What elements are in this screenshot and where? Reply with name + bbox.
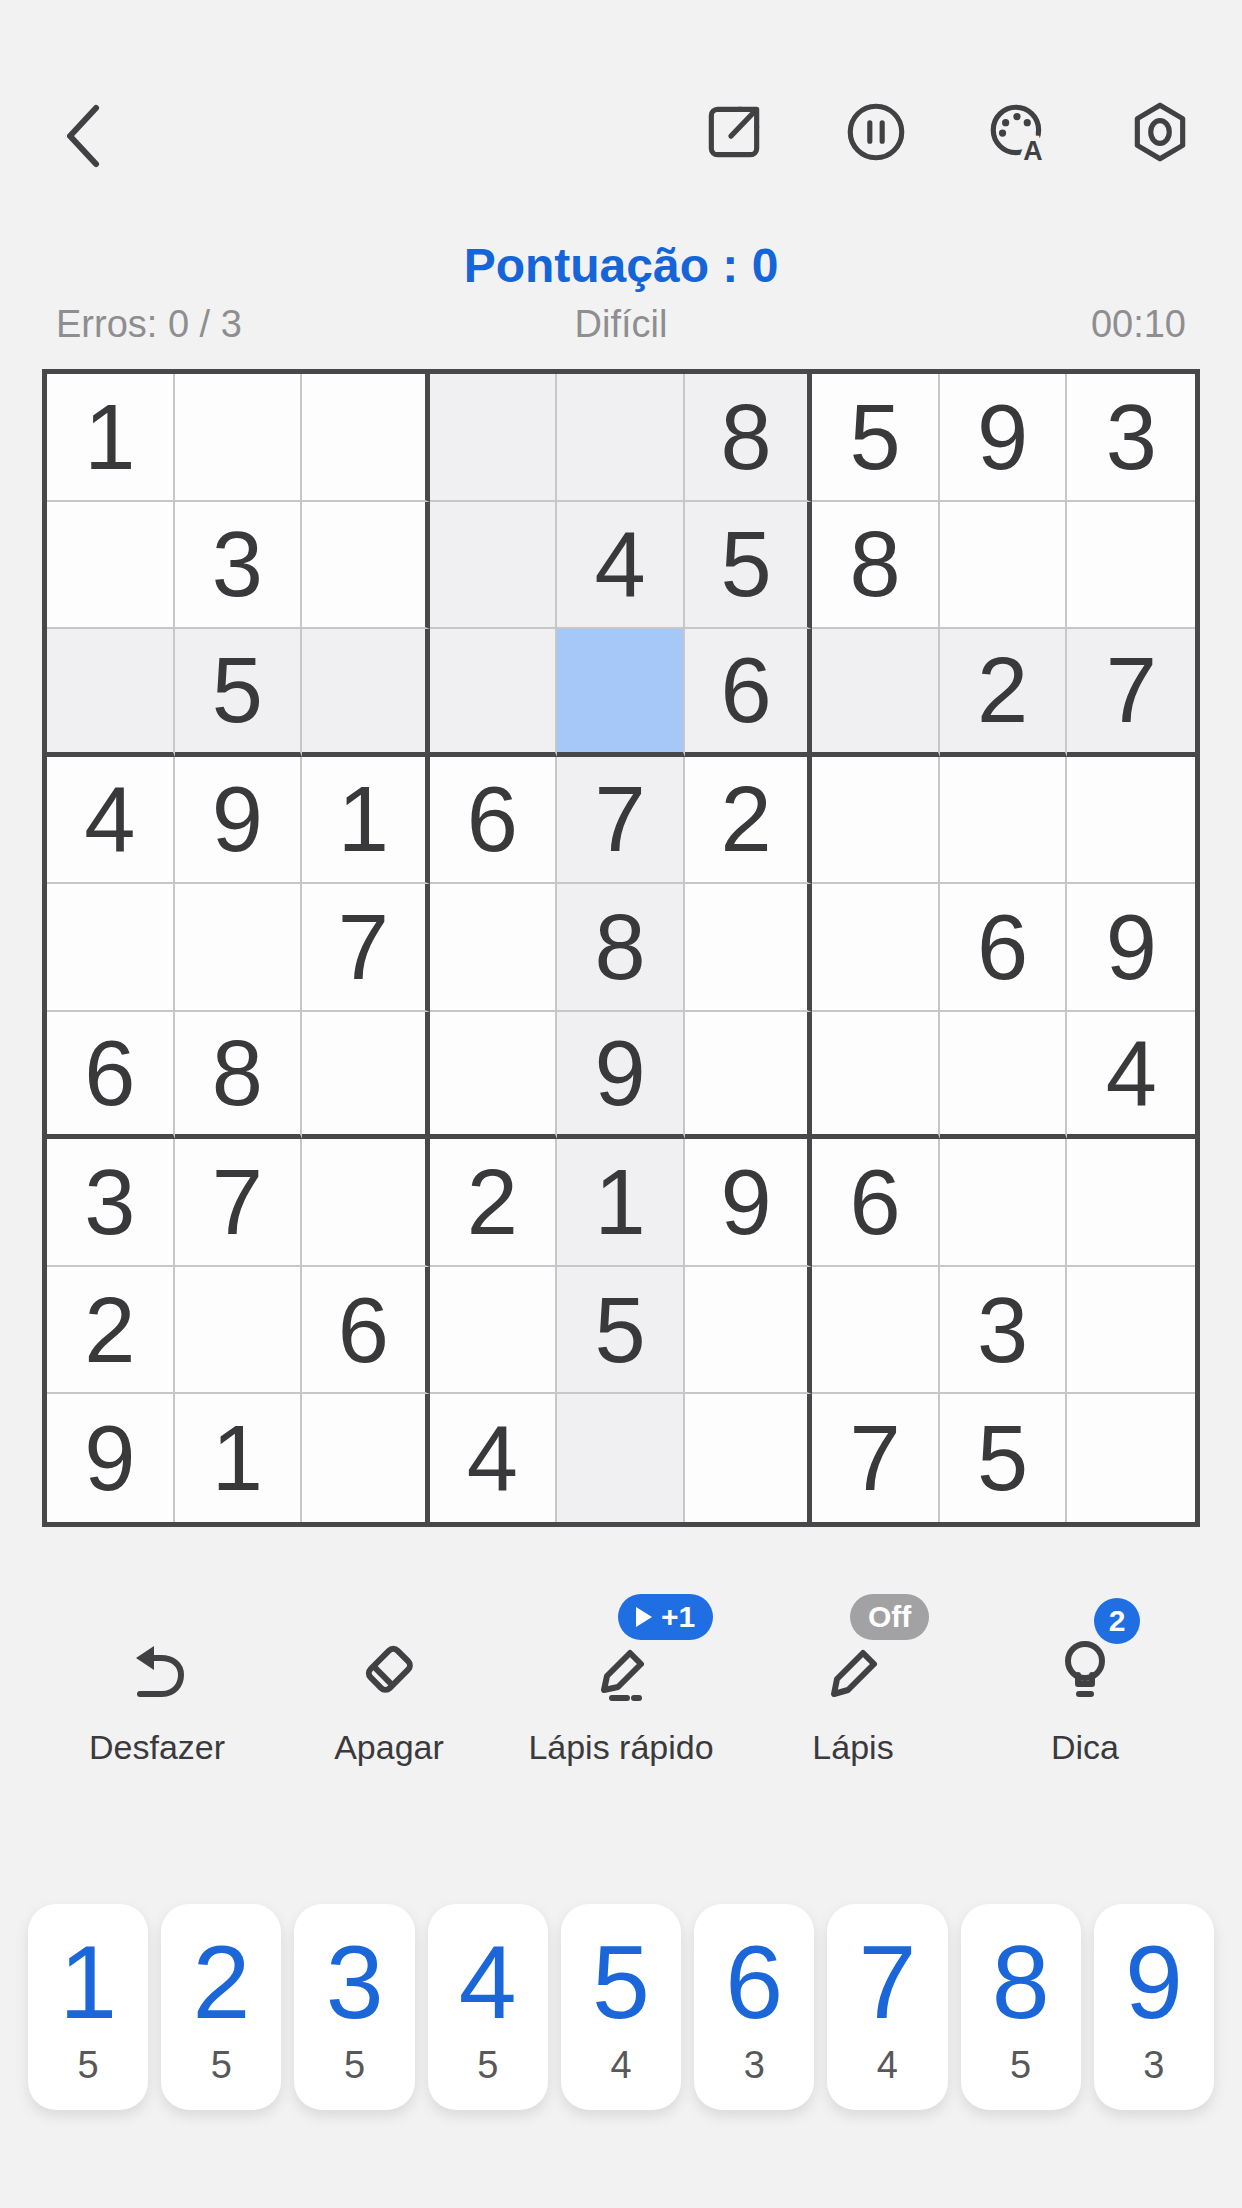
cell-r1c5[interactable] xyxy=(557,374,685,502)
cell-r9c4[interactable]: 4 xyxy=(430,1394,558,1522)
cell-r6c4[interactable] xyxy=(430,1012,558,1140)
cell-r7c2[interactable]: 7 xyxy=(175,1139,303,1267)
cell-r9c5[interactable] xyxy=(557,1394,685,1522)
difficulty-label: Difícil xyxy=(56,303,1186,346)
cell-r3c3[interactable] xyxy=(302,629,430,757)
fast-pencil-badge-text: +1 xyxy=(661,1600,695,1634)
cell-r1c8[interactable]: 9 xyxy=(940,374,1068,502)
numpad-digit: 1 xyxy=(59,1930,117,2034)
cell-r7c7[interactable]: 6 xyxy=(812,1139,940,1267)
cell-r8c2[interactable] xyxy=(175,1267,303,1395)
pencil-label: Lápis xyxy=(812,1728,893,1767)
cell-r6c3[interactable] xyxy=(302,1012,430,1140)
cell-r1c7[interactable]: 5 xyxy=(812,374,940,502)
cell-r4c7[interactable] xyxy=(812,757,940,885)
cell-r6c6[interactable] xyxy=(685,1012,813,1140)
cell-r2c5[interactable]: 4 xyxy=(557,502,685,630)
cell-r8c6[interactable] xyxy=(685,1267,813,1395)
numpad-key-1[interactable]: 15 xyxy=(28,1904,148,2110)
numpad-remaining-count: 5 xyxy=(344,2046,365,2084)
cell-r4c3[interactable]: 1 xyxy=(302,757,430,885)
cell-r8c5[interactable]: 5 xyxy=(557,1267,685,1395)
numpad-remaining-count: 5 xyxy=(1010,2046,1031,2084)
cell-r7c8[interactable] xyxy=(940,1139,1068,1267)
cell-r7c6[interactable]: 9 xyxy=(685,1139,813,1267)
cell-r5c4[interactable] xyxy=(430,884,558,1012)
cell-r9c8[interactable]: 5 xyxy=(940,1394,1068,1522)
numpad-key-2[interactable]: 25 xyxy=(161,1904,281,2110)
numpad-remaining-count: 3 xyxy=(1143,2046,1164,2084)
cell-r9c9[interactable] xyxy=(1067,1394,1195,1522)
cell-r8c9[interactable] xyxy=(1067,1267,1195,1395)
cell-r4c2[interactable]: 9 xyxy=(175,757,303,885)
numpad-digit: 2 xyxy=(192,1930,250,2034)
cell-r2c2[interactable]: 3 xyxy=(175,502,303,630)
cell-r4c4[interactable]: 6 xyxy=(430,757,558,885)
number-pad: 152535455463748593 xyxy=(28,1904,1214,2110)
numpad-digit: 9 xyxy=(1125,1930,1183,2034)
cell-r9c1[interactable]: 9 xyxy=(47,1394,175,1522)
cell-r2c1[interactable] xyxy=(47,502,175,630)
cell-r7c4[interactable]: 2 xyxy=(430,1139,558,1267)
cell-r8c4[interactable] xyxy=(430,1267,558,1395)
back-chevron-icon xyxy=(52,100,122,172)
numpad-digit: 3 xyxy=(326,1930,384,2034)
cell-r7c3[interactable] xyxy=(302,1139,430,1267)
cell-r3c6[interactable]: 6 xyxy=(685,629,813,757)
fast-pencil-label: Lápis rápido xyxy=(528,1728,713,1767)
sudoku-grid: 1859334585627491672786968943721962653914… xyxy=(42,369,1200,1527)
eraser-icon xyxy=(350,1628,428,1714)
hint-badge-text: 2 xyxy=(1109,1604,1126,1638)
cell-r7c1[interactable]: 3 xyxy=(47,1139,175,1267)
share-icon[interactable] xyxy=(700,98,768,166)
numpad-remaining-count: 5 xyxy=(78,2046,99,2084)
numpad-remaining-count: 3 xyxy=(744,2046,765,2084)
toolbar: Desfazer Apagar +1 Lápis rápido xyxy=(30,1628,1212,1767)
cell-r4c6[interactable]: 2 xyxy=(685,757,813,885)
pencil-icon: Off xyxy=(814,1628,892,1714)
cell-r4c9[interactable] xyxy=(1067,757,1195,885)
numpad-remaining-count: 4 xyxy=(877,2046,898,2084)
cell-r2c7[interactable]: 8 xyxy=(812,502,940,630)
cell-r6c7[interactable] xyxy=(812,1012,940,1140)
theme-palette-icon[interactable]: A xyxy=(984,98,1052,166)
pencil-badge: Off xyxy=(850,1594,929,1640)
numpad-key-8[interactable]: 85 xyxy=(961,1904,1081,2110)
back-button[interactable] xyxy=(52,100,122,172)
numpad-key-9[interactable]: 93 xyxy=(1094,1904,1214,2110)
erase-button[interactable]: Apagar xyxy=(284,1628,494,1767)
pencil-button[interactable]: Off Lápis xyxy=(748,1628,958,1767)
cell-r1c6[interactable]: 8 xyxy=(685,374,813,502)
cell-r6c8[interactable] xyxy=(940,1012,1068,1140)
cell-r8c3[interactable]: 6 xyxy=(302,1267,430,1395)
svg-text:A: A xyxy=(1023,136,1042,166)
numpad-digit: 8 xyxy=(992,1930,1050,2034)
hint-button[interactable]: 2 Dica xyxy=(980,1628,1190,1767)
timer: 00:10 xyxy=(1091,303,1186,346)
undo-button[interactable]: Desfazer xyxy=(52,1628,262,1767)
numpad-key-4[interactable]: 45 xyxy=(428,1904,548,2110)
undo-label: Desfazer xyxy=(89,1728,225,1767)
cell-r6c9[interactable]: 4 xyxy=(1067,1012,1195,1140)
numpad-remaining-count: 5 xyxy=(477,2046,498,2084)
cell-r9c7[interactable]: 7 xyxy=(812,1394,940,1522)
score-text: Pontuação : 0 xyxy=(0,238,1242,293)
erase-label: Apagar xyxy=(334,1728,444,1767)
cell-r5c8[interactable]: 6 xyxy=(940,884,1068,1012)
cell-r7c9[interactable] xyxy=(1067,1139,1195,1267)
cell-r6c1[interactable]: 6 xyxy=(47,1012,175,1140)
numpad-key-5[interactable]: 54 xyxy=(561,1904,681,2110)
cell-r4c5[interactable]: 7 xyxy=(557,757,685,885)
cell-r1c1[interactable]: 1 xyxy=(47,374,175,502)
undo-icon xyxy=(118,1628,196,1714)
bulb-icon: 2 xyxy=(1046,1628,1124,1714)
numpad-digit: 6 xyxy=(725,1930,783,2034)
cell-r5c5[interactable]: 8 xyxy=(557,884,685,1012)
cell-r3c9[interactable]: 7 xyxy=(1067,629,1195,757)
cell-r1c4[interactable] xyxy=(430,374,558,502)
cell-r4c1[interactable]: 4 xyxy=(47,757,175,885)
cell-r3c4[interactable] xyxy=(430,629,558,757)
fast-pencil-button[interactable]: +1 Lápis rápido xyxy=(516,1628,726,1767)
top-bar: A xyxy=(0,96,1242,176)
cell-r8c1[interactable]: 2 xyxy=(47,1267,175,1395)
cell-r6c2[interactable]: 8 xyxy=(175,1012,303,1140)
cell-r3c2[interactable]: 5 xyxy=(175,629,303,757)
cell-r1c9[interactable]: 3 xyxy=(1067,374,1195,502)
numpad-digit: 4 xyxy=(459,1930,517,2034)
cell-r8c8[interactable]: 3 xyxy=(940,1267,1068,1395)
fast-pencil-icon: +1 xyxy=(582,1628,660,1714)
cell-r5c2[interactable] xyxy=(175,884,303,1012)
cell-r8c7[interactable] xyxy=(812,1267,940,1395)
cell-r5c1[interactable] xyxy=(47,884,175,1012)
hint-badge: 2 xyxy=(1094,1598,1140,1644)
cell-r5c9[interactable]: 9 xyxy=(1067,884,1195,1012)
cell-r2c9[interactable] xyxy=(1067,502,1195,630)
numpad-digit: 7 xyxy=(859,1930,917,2034)
cell-r1c3[interactable] xyxy=(302,374,430,502)
cell-r5c7[interactable] xyxy=(812,884,940,1012)
cell-r2c4[interactable] xyxy=(430,502,558,630)
pause-icon[interactable] xyxy=(842,98,910,166)
settings-icon[interactable] xyxy=(1126,98,1194,166)
cell-r1c2[interactable] xyxy=(175,374,303,502)
cell-r5c3[interactable]: 7 xyxy=(302,884,430,1012)
cell-r5c6[interactable] xyxy=(685,884,813,1012)
cell-r9c2[interactable]: 1 xyxy=(175,1394,303,1522)
cell-r2c8[interactable] xyxy=(940,502,1068,630)
cell-r6c5[interactable]: 9 xyxy=(557,1012,685,1140)
numpad-digit: 5 xyxy=(592,1930,650,2034)
numpad-key-6[interactable]: 63 xyxy=(694,1904,814,2110)
hint-label: Dica xyxy=(1051,1728,1119,1767)
cell-r2c6[interactable]: 5 xyxy=(685,502,813,630)
play-icon xyxy=(636,1607,652,1627)
cell-r2c3[interactable] xyxy=(302,502,430,630)
cell-r9c6[interactable] xyxy=(685,1394,813,1522)
status-bar: Erros: 0 / 3 Difícil 00:10 xyxy=(56,303,1186,349)
cell-r3c8[interactable]: 2 xyxy=(940,629,1068,757)
cell-r3c1[interactable] xyxy=(47,629,175,757)
cell-r4c8[interactable] xyxy=(940,757,1068,885)
numpad-key-3[interactable]: 35 xyxy=(294,1904,414,2110)
numpad-key-7[interactable]: 74 xyxy=(827,1904,947,2110)
cell-r3c5[interactable] xyxy=(557,629,685,757)
fast-pencil-badge: +1 xyxy=(618,1594,713,1640)
numpad-remaining-count: 5 xyxy=(211,2046,232,2084)
cell-r7c5[interactable]: 1 xyxy=(557,1139,685,1267)
pencil-badge-text: Off xyxy=(868,1600,911,1634)
numpad-remaining-count: 4 xyxy=(610,2046,631,2084)
cell-r3c7[interactable] xyxy=(812,629,940,757)
cell-r9c3[interactable] xyxy=(302,1394,430,1522)
